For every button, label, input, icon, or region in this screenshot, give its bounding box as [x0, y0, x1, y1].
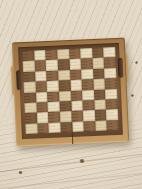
board-square [95, 120, 107, 131]
board-square [23, 71, 35, 82]
board-square [35, 71, 47, 82]
wood-knot [131, 94, 134, 97]
board-square [104, 68, 116, 79]
board-square [83, 100, 95, 111]
board-square [71, 111, 83, 122]
board-square [25, 113, 37, 124]
board-square [83, 121, 95, 132]
board-square [106, 99, 118, 110]
photo-scene [0, 0, 142, 189]
board-square [47, 91, 59, 102]
board-square [36, 102, 48, 113]
board-square [94, 89, 106, 100]
board-square [103, 47, 115, 58]
board-square [46, 70, 58, 81]
board-square [22, 51, 34, 62]
board-square [34, 50, 46, 61]
board-square [81, 58, 93, 69]
board-square [69, 59, 81, 70]
board-square [47, 81, 59, 92]
board-square [48, 101, 60, 112]
board-square [93, 68, 105, 79]
board-square [36, 92, 48, 103]
board-square [92, 58, 104, 69]
wood-knot [79, 159, 85, 163]
board-square [82, 79, 94, 90]
board-square [82, 89, 94, 100]
left-handle-slot [16, 70, 22, 90]
chessboard-tray [12, 38, 129, 147]
board-square [37, 123, 49, 134]
board-square [71, 100, 83, 111]
board-square [45, 50, 57, 61]
board-square [95, 110, 107, 121]
board-square [70, 80, 82, 91]
board-square [48, 112, 60, 123]
board-square [46, 60, 58, 71]
board-square [69, 49, 81, 60]
board-square [34, 60, 46, 71]
board-square [35, 81, 47, 92]
right-handle-slot [118, 58, 124, 78]
wood-knot [18, 171, 23, 174]
board-square [25, 123, 37, 134]
board-square [70, 69, 82, 80]
board-square [81, 69, 93, 80]
board-square [24, 92, 36, 103]
board-square [104, 57, 116, 68]
board-square [94, 99, 106, 110]
board-square [23, 61, 35, 72]
board-square [36, 112, 48, 123]
wood-knot [135, 61, 138, 64]
board-square [80, 48, 92, 59]
board-square [70, 90, 82, 101]
board-square [106, 109, 118, 120]
board-square [105, 78, 117, 89]
board-square [24, 102, 36, 113]
board-square [92, 48, 104, 59]
board-square [72, 121, 84, 132]
board-square [105, 88, 117, 99]
board-square [49, 122, 61, 133]
board-square [83, 110, 95, 121]
board-square [107, 120, 119, 131]
board-square [24, 82, 36, 93]
board-square [93, 79, 105, 90]
